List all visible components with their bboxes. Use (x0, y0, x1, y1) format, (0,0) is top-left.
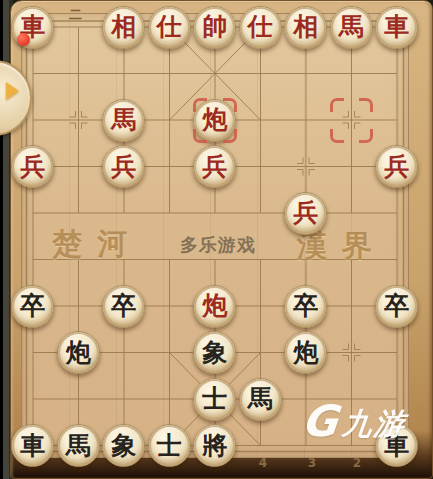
board-point[interactable]: 象 (192, 330, 238, 377)
black-general[interactable]: 將 (193, 424, 236, 467)
red-soldier[interactable]: 兵 (193, 145, 236, 188)
board-point[interactable] (192, 190, 238, 237)
board-point[interactable] (147, 51, 193, 98)
board-point[interactable] (10, 190, 56, 237)
black-horse[interactable]: 馬 (57, 424, 100, 467)
board-point[interactable] (329, 144, 375, 191)
red-horse[interactable]: 馬 (330, 6, 373, 49)
black-advisor[interactable]: 士 (193, 378, 236, 421)
red-chariot[interactable]: 車 (375, 6, 418, 49)
board-point[interactable] (147, 283, 193, 330)
board-point[interactable]: 士 (192, 376, 238, 423)
black-elephant[interactable]: 象 (102, 424, 145, 467)
board-point[interactable] (329, 330, 375, 377)
red-soldier[interactable]: 兵 (375, 145, 418, 188)
board-point[interactable] (56, 283, 102, 330)
board-point[interactable] (238, 330, 284, 377)
red-general[interactable]: 帥 (193, 6, 236, 49)
board-point[interactable]: 卒 (10, 283, 56, 330)
board-point[interactable] (374, 97, 420, 144)
board-point[interactable] (238, 423, 284, 470)
board-point[interactable]: 兵 (10, 144, 56, 191)
board-point[interactable]: 卒 (283, 283, 329, 330)
board-point[interactable]: 炮 (192, 97, 238, 144)
board-point[interactable] (56, 376, 102, 423)
board-point[interactable] (238, 283, 284, 330)
board-point[interactable]: 兵 (283, 190, 329, 237)
board-point[interactable] (10, 51, 56, 98)
board-point[interactable]: 車 (10, 423, 56, 470)
red-soldier[interactable]: 兵 (102, 145, 145, 188)
black-horse[interactable]: 馬 (239, 378, 282, 421)
board-point[interactable]: 兵 (192, 144, 238, 191)
board-point[interactable]: 車 (10, 4, 56, 51)
board-point[interactable]: 兵 (101, 144, 147, 191)
board-point[interactable] (101, 376, 147, 423)
board-point[interactable]: 馬 (56, 423, 102, 470)
black-advisor[interactable]: 士 (148, 424, 191, 467)
board-point[interactable] (374, 237, 420, 284)
board-point[interactable] (329, 97, 375, 144)
board-point[interactable]: 卒 (374, 283, 420, 330)
board-point[interactable]: 兵 (374, 144, 420, 191)
red-elephant[interactable]: 相 (102, 6, 145, 49)
board-point[interactable] (56, 237, 102, 284)
black-soldier[interactable]: 卒 (102, 285, 145, 328)
board-point[interactable] (56, 144, 102, 191)
board-point[interactable] (147, 237, 193, 284)
board-point[interactable] (147, 330, 193, 377)
board-point[interactable]: 車 (374, 4, 420, 51)
black-soldier[interactable]: 卒 (11, 285, 54, 328)
board-point[interactable] (147, 144, 193, 191)
board-point[interactable] (101, 51, 147, 98)
board-point[interactable] (283, 97, 329, 144)
9game-logo-text: 九游 (340, 399, 408, 441)
board-point[interactable] (238, 190, 284, 237)
black-soldier[interactable]: 卒 (375, 285, 418, 328)
board-point[interactable] (238, 144, 284, 191)
board-point[interactable] (192, 51, 238, 98)
board-point[interactable] (101, 237, 147, 284)
board-point[interactable]: 仕 (238, 4, 284, 51)
board-point[interactable]: 象 (101, 423, 147, 470)
board-point[interactable] (374, 190, 420, 237)
red-horse[interactable]: 馬 (102, 99, 145, 142)
board-point[interactable] (10, 330, 56, 377)
board-point[interactable]: 炮 (192, 283, 238, 330)
red-soldier[interactable]: 兵 (11, 145, 54, 188)
board-point[interactable] (329, 237, 375, 284)
board-point[interactable] (56, 4, 102, 51)
black-chariot[interactable]: 車 (11, 424, 54, 467)
board-point[interactable]: 卒 (101, 283, 147, 330)
board-point[interactable]: 帥 (192, 4, 238, 51)
board-point[interactable] (374, 51, 420, 98)
board-point[interactable]: 馬 (101, 97, 147, 144)
board-point[interactable] (101, 330, 147, 377)
9game-logo-icon: G (300, 399, 340, 443)
board-point[interactable] (56, 51, 102, 98)
board-point[interactable] (101, 190, 147, 237)
board-point[interactable] (147, 376, 193, 423)
board-point[interactable]: 炮 (56, 330, 102, 377)
board-point[interactable] (147, 190, 193, 237)
board-point[interactable] (283, 237, 329, 284)
board-point[interactable] (329, 51, 375, 98)
red-advisor[interactable]: 仕 (148, 6, 191, 49)
board-point[interactable] (10, 376, 56, 423)
board-point[interactable] (283, 51, 329, 98)
red-turn-indicator-dot (17, 33, 30, 46)
board-point[interactable] (192, 237, 238, 284)
red-advisor[interactable]: 仕 (239, 6, 282, 49)
board-point[interactable]: 士 (147, 423, 193, 470)
board-point[interactable]: 馬 (238, 376, 284, 423)
board-point[interactable] (329, 283, 375, 330)
board-point[interactable]: 相 (101, 4, 147, 51)
black-elephant[interactable]: 象 (193, 331, 236, 374)
red-soldier[interactable]: 兵 (284, 192, 327, 235)
board-point[interactable]: 將 (192, 423, 238, 470)
board-point[interactable] (238, 237, 284, 284)
black-soldier[interactable]: 卒 (284, 285, 327, 328)
board-point[interactable] (10, 97, 56, 144)
board-point[interactable] (56, 190, 102, 237)
board-point[interactable]: 相 (283, 4, 329, 51)
board-point[interactable]: 炮 (283, 330, 329, 377)
board-point[interactable] (238, 51, 284, 98)
board-point[interactable] (10, 237, 56, 284)
board-point[interactable] (147, 97, 193, 144)
red-elephant[interactable]: 相 (284, 6, 327, 49)
board-point[interactable]: 仕 (147, 4, 193, 51)
board-point[interactable] (56, 97, 102, 144)
board-point[interactable] (238, 97, 284, 144)
board-point[interactable] (283, 144, 329, 191)
board-point[interactable]: 馬 (329, 4, 375, 51)
red-cannon[interactable]: 炮 (193, 285, 236, 328)
board-point[interactable] (329, 190, 375, 237)
game-screen: 楚河 漢界 多乐游戏 二 4 3 2 車相仕帥仕相馬車馬炮兵兵兵兵兵卒卒炮卒卒炮… (0, 0, 433, 479)
black-cannon[interactable]: 炮 (284, 331, 327, 374)
board-point[interactable] (374, 330, 420, 377)
black-cannon[interactable]: 炮 (57, 331, 100, 374)
9game-watermark: G 九游 (300, 399, 409, 443)
red-cannon[interactable]: 炮 (193, 99, 236, 142)
